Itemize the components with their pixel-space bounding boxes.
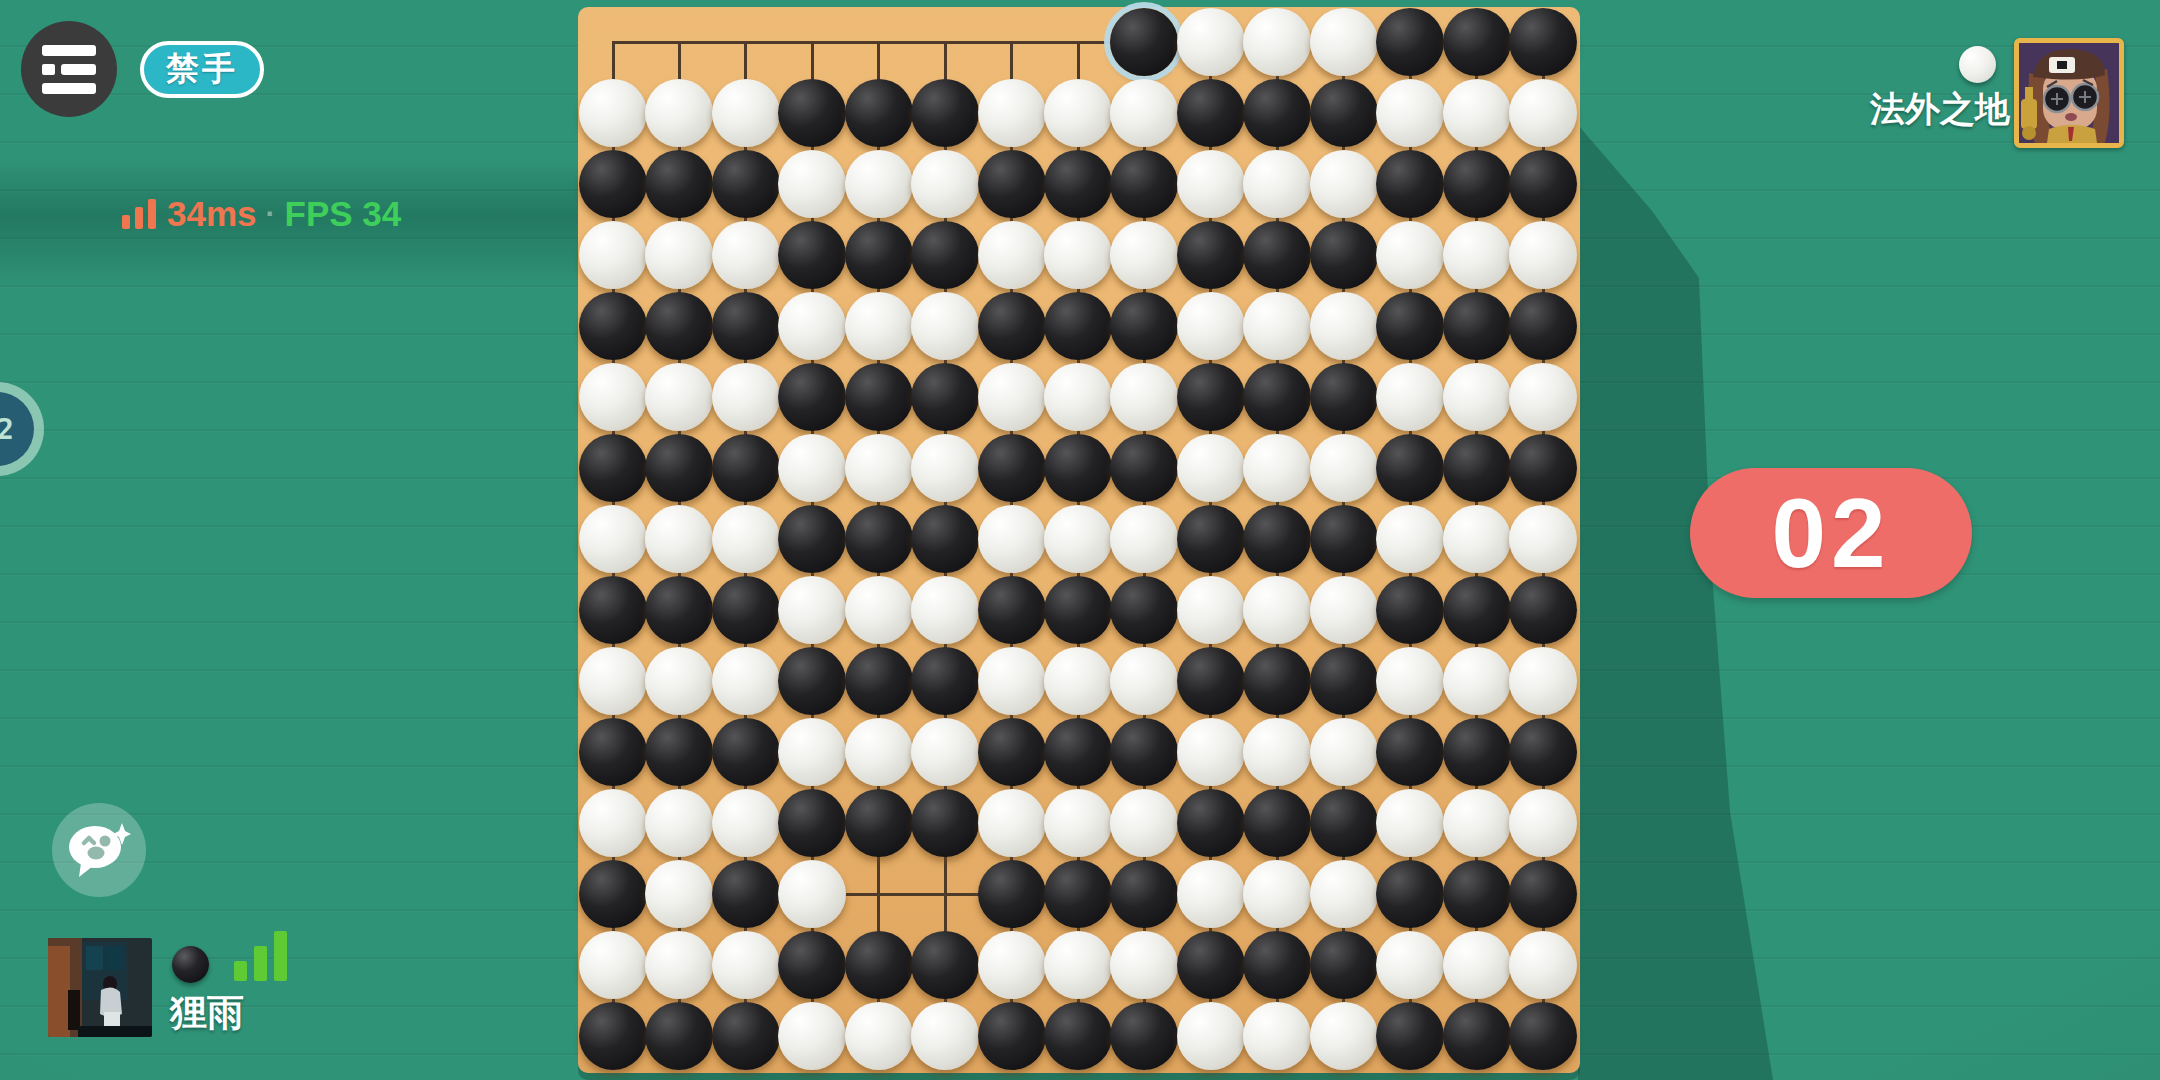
white-stone xyxy=(1044,789,1112,857)
white-stone xyxy=(1310,292,1378,360)
white-stone xyxy=(1110,647,1178,715)
black-stone xyxy=(1177,505,1245,573)
black-stone xyxy=(1310,79,1378,147)
white-stone xyxy=(1310,718,1378,786)
white-stone xyxy=(645,505,713,573)
gomoku-board[interactable] xyxy=(578,7,1580,1073)
turn-timer-pill: 02 xyxy=(1690,468,1972,598)
black-stone xyxy=(1310,221,1378,289)
self-avatar[interactable] xyxy=(48,938,152,1037)
black-stone xyxy=(1376,718,1444,786)
self-black-stone-icon xyxy=(172,946,209,983)
white-stone xyxy=(978,221,1046,289)
white-stone xyxy=(1376,221,1444,289)
opponent-player-name: 法外之地 xyxy=(1820,86,2010,133)
ping-value: 34ms xyxy=(167,194,257,234)
black-stone xyxy=(1376,292,1444,360)
white-stone xyxy=(1177,8,1245,76)
black-stone xyxy=(645,1002,713,1070)
white-stone xyxy=(712,789,780,857)
black-stone xyxy=(1110,434,1178,502)
white-stone xyxy=(645,79,713,147)
white-stone xyxy=(1177,434,1245,502)
white-stone xyxy=(1044,647,1112,715)
white-stone xyxy=(1443,363,1511,431)
black-stone xyxy=(1509,718,1577,786)
chat-emoji-icon xyxy=(67,819,131,881)
white-stone xyxy=(1110,931,1178,999)
black-stone xyxy=(1376,150,1444,218)
black-stone xyxy=(1243,79,1311,147)
white-stone xyxy=(1509,931,1577,999)
white-stone xyxy=(1110,505,1178,573)
white-stone xyxy=(1110,79,1178,147)
black-stone xyxy=(1443,860,1511,928)
black-stone xyxy=(1443,718,1511,786)
white-stone xyxy=(978,647,1046,715)
white-stone xyxy=(1243,434,1311,502)
black-stone xyxy=(579,1002,647,1070)
black-stone xyxy=(1376,860,1444,928)
white-stone xyxy=(579,505,647,573)
white-stone xyxy=(911,292,979,360)
black-stone xyxy=(1177,363,1245,431)
white-stone xyxy=(579,789,647,857)
white-stone xyxy=(1376,363,1444,431)
black-stone xyxy=(1044,1002,1112,1070)
black-stone xyxy=(1509,860,1577,928)
black-stone xyxy=(1243,647,1311,715)
white-stone xyxy=(1044,505,1112,573)
black-stone xyxy=(712,1002,780,1070)
white-stone xyxy=(712,221,780,289)
white-stone xyxy=(1177,1002,1245,1070)
black-stone xyxy=(1044,576,1112,644)
white-stone xyxy=(845,434,913,502)
self-signal-bars-icon xyxy=(234,931,290,983)
black-stone xyxy=(1044,292,1112,360)
black-stone xyxy=(778,647,846,715)
white-stone xyxy=(1509,363,1577,431)
black-stone xyxy=(1177,789,1245,857)
black-stone xyxy=(978,718,1046,786)
move-counter-value: 22 xyxy=(0,413,16,446)
black-stone xyxy=(712,576,780,644)
black-stone xyxy=(1110,1002,1178,1070)
black-stone xyxy=(1509,8,1577,76)
black-stone xyxy=(1110,292,1178,360)
white-stone xyxy=(1110,221,1178,289)
white-stone xyxy=(978,505,1046,573)
white-stone xyxy=(911,718,979,786)
opponent-avatar-art xyxy=(2019,43,2119,143)
black-stone xyxy=(712,434,780,502)
black-stone xyxy=(645,576,713,644)
performance-indicator: 34ms · FPS 34 xyxy=(122,194,401,234)
black-stone xyxy=(712,718,780,786)
white-stone xyxy=(1509,789,1577,857)
black-stone xyxy=(778,789,846,857)
black-stone xyxy=(712,150,780,218)
self-player-name: 狸雨 xyxy=(170,988,244,1038)
black-stone xyxy=(1310,931,1378,999)
black-stone xyxy=(911,79,979,147)
black-stone xyxy=(1509,1002,1577,1070)
white-stone xyxy=(579,363,647,431)
black-stone xyxy=(911,363,979,431)
black-stone xyxy=(1177,931,1245,999)
white-stone xyxy=(1509,505,1577,573)
white-stone xyxy=(1310,8,1378,76)
white-stone xyxy=(1177,576,1245,644)
black-stone xyxy=(712,292,780,360)
black-stone xyxy=(1443,292,1511,360)
black-stone xyxy=(712,860,780,928)
black-stone xyxy=(1110,860,1178,928)
white-stone xyxy=(645,363,713,431)
white-stone xyxy=(1443,789,1511,857)
black-stone xyxy=(778,363,846,431)
black-stone xyxy=(1044,150,1112,218)
white-stone xyxy=(1443,221,1511,289)
white-stone xyxy=(1243,860,1311,928)
white-stone xyxy=(712,79,780,147)
white-stone xyxy=(712,647,780,715)
opponent-avatar[interactable] xyxy=(2014,38,2124,148)
white-stone xyxy=(1044,221,1112,289)
black-stone xyxy=(579,576,647,644)
white-stone xyxy=(1243,8,1311,76)
black-stone xyxy=(1509,576,1577,644)
black-stone xyxy=(1310,363,1378,431)
white-stone xyxy=(1243,576,1311,644)
black-stone xyxy=(1177,79,1245,147)
black-stone xyxy=(1509,434,1577,502)
white-stone xyxy=(1243,292,1311,360)
white-stone xyxy=(845,576,913,644)
white-stone xyxy=(911,434,979,502)
white-stone xyxy=(911,1002,979,1070)
chat-emote-button[interactable] xyxy=(52,803,146,897)
white-stone xyxy=(845,718,913,786)
black-stone xyxy=(778,221,846,289)
black-stone xyxy=(1509,292,1577,360)
black-stone xyxy=(1177,221,1245,289)
white-stone xyxy=(978,931,1046,999)
white-stone xyxy=(1443,931,1511,999)
black-stone xyxy=(845,789,913,857)
black-stone xyxy=(911,647,979,715)
black-stone xyxy=(778,931,846,999)
white-stone xyxy=(1310,150,1378,218)
black-stone xyxy=(1443,434,1511,502)
black-stone xyxy=(978,576,1046,644)
black-stone xyxy=(978,434,1046,502)
white-stone xyxy=(778,1002,846,1070)
black-stone xyxy=(1443,576,1511,644)
white-stone xyxy=(1177,860,1245,928)
black-stone xyxy=(1243,363,1311,431)
black-stone xyxy=(579,434,647,502)
white-stone xyxy=(978,789,1046,857)
white-stone xyxy=(1443,505,1511,573)
white-stone xyxy=(1443,647,1511,715)
white-stone xyxy=(1376,79,1444,147)
white-stone xyxy=(1044,931,1112,999)
white-stone xyxy=(645,789,713,857)
black-stone xyxy=(1243,931,1311,999)
black-stone xyxy=(911,221,979,289)
black-stone xyxy=(1310,789,1378,857)
white-stone xyxy=(1509,647,1577,715)
white-stone xyxy=(1376,789,1444,857)
black-stone xyxy=(978,150,1046,218)
black-stone xyxy=(645,292,713,360)
white-stone xyxy=(1376,647,1444,715)
white-stone xyxy=(1243,1002,1311,1070)
menu-icon xyxy=(41,43,97,95)
turn-timer-value: 02 xyxy=(1771,477,1890,590)
white-stone xyxy=(712,363,780,431)
self-avatar-art xyxy=(48,938,152,1037)
white-stone xyxy=(778,576,846,644)
black-stone xyxy=(645,434,713,502)
opponent-white-stone-icon xyxy=(1959,46,1996,83)
black-stone xyxy=(1110,718,1178,786)
white-stone xyxy=(579,647,647,715)
forbidden-move-rule-badge: 禁手 xyxy=(140,41,264,98)
black-stone xyxy=(1243,221,1311,289)
white-stone xyxy=(645,221,713,289)
ping-signal-icon xyxy=(122,199,158,229)
black-stone xyxy=(845,221,913,289)
black-stone xyxy=(978,292,1046,360)
black-stone xyxy=(1443,8,1511,76)
white-stone xyxy=(1443,79,1511,147)
white-stone xyxy=(1310,860,1378,928)
white-stone xyxy=(1310,434,1378,502)
white-stone xyxy=(845,292,913,360)
black-stone xyxy=(845,931,913,999)
black-stone xyxy=(579,150,647,218)
game-screen: 禁手 34ms · FPS 34 22 xyxy=(0,0,2160,1080)
black-stone xyxy=(1310,505,1378,573)
white-stone xyxy=(845,150,913,218)
white-stone xyxy=(778,292,846,360)
white-stone xyxy=(1243,150,1311,218)
white-stone xyxy=(1376,505,1444,573)
white-stone xyxy=(1044,363,1112,431)
black-stone xyxy=(1376,434,1444,502)
white-stone xyxy=(579,79,647,147)
black-stone xyxy=(845,505,913,573)
white-stone xyxy=(1310,1002,1378,1070)
white-stone xyxy=(1110,363,1178,431)
white-stone xyxy=(1110,789,1178,857)
white-stone xyxy=(1177,718,1245,786)
black-stone xyxy=(845,363,913,431)
black-stone xyxy=(845,79,913,147)
black-stone xyxy=(645,718,713,786)
black-stone xyxy=(1044,860,1112,928)
white-stone xyxy=(911,150,979,218)
white-stone xyxy=(778,150,846,218)
white-stone xyxy=(645,647,713,715)
black-stone xyxy=(1044,434,1112,502)
white-stone xyxy=(1509,221,1577,289)
white-stone xyxy=(712,931,780,999)
black-stone xyxy=(911,931,979,999)
white-stone xyxy=(579,931,647,999)
black-stone xyxy=(778,505,846,573)
black-stone xyxy=(1110,150,1178,218)
black-stone xyxy=(1110,576,1178,644)
black-stone xyxy=(911,789,979,857)
fps-value: FPS 34 xyxy=(285,194,402,234)
white-stone xyxy=(579,221,647,289)
black-stone xyxy=(1443,150,1511,218)
separator-dot: · xyxy=(266,197,276,231)
white-stone xyxy=(911,576,979,644)
white-stone xyxy=(778,860,846,928)
white-stone xyxy=(1243,718,1311,786)
black-stone-last-move xyxy=(1110,8,1178,76)
white-stone xyxy=(645,860,713,928)
black-stone xyxy=(645,150,713,218)
black-stone xyxy=(1376,1002,1444,1070)
black-stone xyxy=(1376,576,1444,644)
black-stone xyxy=(1243,789,1311,857)
black-stone xyxy=(579,860,647,928)
white-stone xyxy=(645,931,713,999)
black-stone xyxy=(579,718,647,786)
black-stone xyxy=(778,79,846,147)
white-stone xyxy=(1177,292,1245,360)
black-stone xyxy=(845,647,913,715)
black-stone xyxy=(1443,1002,1511,1070)
white-stone xyxy=(712,505,780,573)
black-stone xyxy=(1243,505,1311,573)
white-stone xyxy=(1509,79,1577,147)
white-stone xyxy=(978,79,1046,147)
black-stone xyxy=(1177,647,1245,715)
white-stone xyxy=(1044,79,1112,147)
menu-button[interactable] xyxy=(21,21,117,117)
black-stone xyxy=(978,860,1046,928)
white-stone xyxy=(778,718,846,786)
white-stone xyxy=(978,363,1046,431)
black-stone xyxy=(579,292,647,360)
black-stone xyxy=(911,505,979,573)
white-stone xyxy=(1177,150,1245,218)
white-stone xyxy=(1376,931,1444,999)
black-stone xyxy=(978,1002,1046,1070)
white-stone xyxy=(1310,576,1378,644)
black-stone xyxy=(1509,150,1577,218)
black-stone xyxy=(1044,718,1112,786)
white-stone xyxy=(845,1002,913,1070)
white-stone xyxy=(778,434,846,502)
black-stone xyxy=(1376,8,1444,76)
black-stone xyxy=(1310,647,1378,715)
